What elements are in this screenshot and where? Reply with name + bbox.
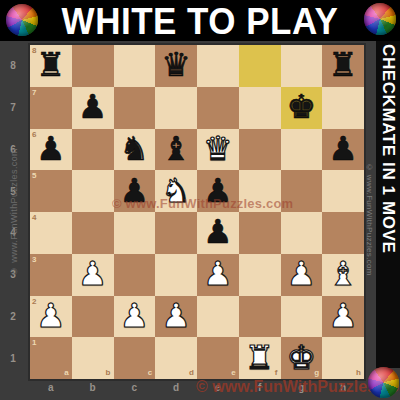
square-c1[interactable]: c xyxy=(114,337,156,379)
chess-board: 8♜♛♜7♟♚6♟♞♝♛♟5♟♞♟4♟3♟♟♟♝2♟♟♟♟1abcdef♜g♚h xyxy=(30,45,364,379)
piece-black-queen-d8[interactable]: ♛ xyxy=(161,44,191,86)
funwithpuzzles-logo-top-right xyxy=(364,3,396,35)
square-a5[interactable]: 5 xyxy=(30,170,72,212)
square-a8[interactable]: 8♜ xyxy=(30,45,72,87)
square-d5[interactable]: ♞ xyxy=(155,170,197,212)
frame-rank-label-5: 5 xyxy=(0,170,26,212)
frame-rank-label-6: 6 xyxy=(0,129,26,171)
frame-file-label-c: c xyxy=(114,378,156,397)
square-d8[interactable]: ♛ xyxy=(155,45,197,87)
square-g8[interactable] xyxy=(281,45,323,87)
board-file-label-h: h xyxy=(356,369,361,377)
square-a7[interactable]: 7 xyxy=(30,87,72,129)
square-a1[interactable]: 1a xyxy=(30,337,72,379)
square-b8[interactable] xyxy=(72,45,114,87)
square-f2[interactable] xyxy=(239,296,281,338)
square-b3[interactable]: ♟ xyxy=(72,254,114,296)
square-h3[interactable]: ♝ xyxy=(322,254,364,296)
square-c7[interactable] xyxy=(114,87,156,129)
square-g4[interactable] xyxy=(281,212,323,254)
board-file-label-c: c xyxy=(148,369,152,377)
square-f1[interactable]: f♜ xyxy=(239,337,281,379)
square-a4[interactable]: 4 xyxy=(30,212,72,254)
page-title: WHITE TO PLAY xyxy=(62,0,339,42)
piece-black-knight-c6[interactable]: ♞ xyxy=(120,128,150,170)
piece-white-pawn-b3[interactable]: ♟ xyxy=(78,253,108,295)
rank-coordinates: 87654321 xyxy=(0,45,26,379)
square-g2[interactable] xyxy=(281,296,323,338)
piece-white-king-g1[interactable]: ♚ xyxy=(287,336,317,378)
funwithpuzzles-logo-top-left xyxy=(6,4,38,36)
frame-file-label-h: h xyxy=(322,378,364,397)
piece-white-rook-f1[interactable]: ♜ xyxy=(245,336,275,378)
piece-white-pawn-a2[interactable]: ♟ xyxy=(36,295,66,337)
board-rank-label-5: 5 xyxy=(32,172,36,180)
square-g6[interactable] xyxy=(281,129,323,171)
square-h6[interactable]: ♟ xyxy=(322,129,364,171)
frame-file-label-a: a xyxy=(30,378,72,397)
file-coordinates: abcdefgh xyxy=(30,378,364,397)
board-file-label-f: f xyxy=(275,369,278,377)
board-rank-label-7: 7 xyxy=(32,89,36,97)
square-d7[interactable] xyxy=(155,87,197,129)
piece-white-pawn-c2[interactable]: ♟ xyxy=(120,295,150,337)
square-a2[interactable]: 2♟ xyxy=(30,296,72,338)
piece-black-rook-a8[interactable]: ♜ xyxy=(36,44,66,86)
square-d4[interactable] xyxy=(155,212,197,254)
piece-white-pawn-e3[interactable]: ♟ xyxy=(203,253,233,295)
piece-black-pawn-e5[interactable]: ♟ xyxy=(203,169,233,211)
piece-black-rook-h8[interactable]: ♜ xyxy=(328,44,358,86)
square-a6[interactable]: 6♟ xyxy=(30,129,72,171)
board-file-label-d: d xyxy=(189,369,194,377)
frame-file-label-g: g xyxy=(281,378,323,397)
square-c2[interactable]: ♟ xyxy=(114,296,156,338)
square-b5[interactable] xyxy=(72,170,114,212)
board-file-label-e: e xyxy=(231,369,235,377)
board-rank-label-3: 3 xyxy=(32,256,36,264)
square-e2[interactable] xyxy=(197,296,239,338)
square-b7[interactable]: ♟ xyxy=(72,87,114,129)
piece-black-king-g7[interactable]: ♚ xyxy=(287,86,317,128)
frame-rank-label-8: 8 xyxy=(0,45,26,87)
square-f4[interactable] xyxy=(239,212,281,254)
square-g1[interactable]: g♚ xyxy=(281,337,323,379)
square-f5[interactable] xyxy=(239,170,281,212)
square-f7[interactable] xyxy=(239,87,281,129)
square-g7[interactable]: ♚ xyxy=(281,87,323,129)
square-c3[interactable] xyxy=(114,254,156,296)
piece-black-pawn-h6[interactable]: ♟ xyxy=(328,128,358,170)
board-rank-label-4: 4 xyxy=(32,214,36,222)
piece-white-queen-e6[interactable]: ♛ xyxy=(203,128,233,170)
square-d6[interactable]: ♝ xyxy=(155,129,197,171)
square-g3[interactable]: ♟ xyxy=(281,254,323,296)
square-d3[interactable] xyxy=(155,254,197,296)
piece-black-pawn-c5[interactable]: ♟ xyxy=(120,169,150,211)
funwithpuzzles-logo-bottom-right xyxy=(368,367,399,398)
header-bar: WHITE TO PLAY xyxy=(0,0,400,41)
square-h5[interactable] xyxy=(322,170,364,212)
frame-file-label-f: f xyxy=(239,378,281,397)
square-c4[interactable] xyxy=(114,212,156,254)
board-file-label-a: a xyxy=(64,369,68,377)
frame-rank-label-7: 7 xyxy=(0,87,26,129)
frame-rank-label-1: 1 xyxy=(0,337,26,379)
piece-black-pawn-e4[interactable]: ♟ xyxy=(203,211,233,253)
frame-file-label-d: d xyxy=(155,378,197,397)
square-e6[interactable]: ♛ xyxy=(197,129,239,171)
piece-white-bishop-h3[interactable]: ♝ xyxy=(328,253,358,295)
square-b6[interactable] xyxy=(72,129,114,171)
square-e4[interactable]: ♟ xyxy=(197,212,239,254)
square-f6[interactable] xyxy=(239,129,281,171)
square-c6[interactable]: ♞ xyxy=(114,129,156,171)
piece-black-pawn-a6[interactable]: ♟ xyxy=(36,128,66,170)
square-f3[interactable] xyxy=(239,254,281,296)
piece-black-bishop-d6[interactable]: ♝ xyxy=(161,128,191,170)
board-rank-label-1: 1 xyxy=(32,339,36,347)
square-h8[interactable]: ♜ xyxy=(322,45,364,87)
watermark-right-edge: © www.FunWithPuzzles.com xyxy=(365,163,374,276)
frame-file-label-e: e xyxy=(197,378,239,397)
square-e1[interactable]: e xyxy=(197,337,239,379)
piece-white-pawn-d2[interactable]: ♟ xyxy=(161,295,191,337)
square-e8[interactable] xyxy=(197,45,239,87)
square-f8[interactable] xyxy=(239,45,281,87)
square-b4[interactable] xyxy=(72,212,114,254)
frame-file-label-b: b xyxy=(72,378,114,397)
square-c8[interactable] xyxy=(114,45,156,87)
square-b1[interactable]: b xyxy=(72,337,114,379)
square-g5[interactable] xyxy=(281,170,323,212)
square-h7[interactable] xyxy=(322,87,364,129)
piece-white-pawn-g3[interactable]: ♟ xyxy=(287,253,317,295)
piece-black-pawn-b7[interactable]: ♟ xyxy=(78,86,108,128)
square-h2[interactable]: ♟ xyxy=(322,296,364,338)
frame-rank-label-4: 4 xyxy=(0,212,26,254)
square-h1[interactable]: h xyxy=(322,337,364,379)
piece-white-knight-d5[interactable]: ♞ xyxy=(161,169,191,211)
square-d1[interactable]: d xyxy=(155,337,197,379)
square-e3[interactable]: ♟ xyxy=(197,254,239,296)
chess-puzzle-page: WHITE TO PLAY CHECKMATE IN 1 MOVE 876543… xyxy=(0,0,400,400)
frame-rank-label-2: 2 xyxy=(0,296,26,338)
square-h4[interactable] xyxy=(322,212,364,254)
square-e7[interactable] xyxy=(197,87,239,129)
frame-rank-label-3: 3 xyxy=(0,254,26,296)
square-a3[interactable]: 3 xyxy=(30,254,72,296)
square-b2[interactable] xyxy=(72,296,114,338)
square-e5[interactable]: ♟ xyxy=(197,170,239,212)
challenge-text: CHECKMATE IN 1 MOVE xyxy=(378,44,398,374)
square-c5[interactable]: ♟ xyxy=(114,170,156,212)
square-d2[interactable]: ♟ xyxy=(155,296,197,338)
board-file-label-b: b xyxy=(106,369,111,377)
piece-white-pawn-h2[interactable]: ♟ xyxy=(328,295,358,337)
